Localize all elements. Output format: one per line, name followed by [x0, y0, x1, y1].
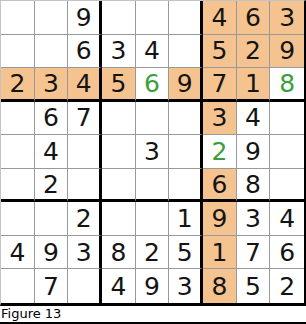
cell-r2c1: [1, 35, 35, 69]
cell-r6c2: 2: [35, 169, 69, 203]
cell-r4c1: [1, 102, 35, 136]
cell-r4c3: 7: [68, 102, 102, 136]
sudoku-figure: 9463634529234569718673443292682193449382…: [0, 0, 306, 324]
cell-r1c3: 9: [68, 1, 102, 35]
cell-r8c8: 7: [237, 236, 271, 270]
figure-caption: Figure 13: [0, 306, 306, 324]
cell-r2c8: 2: [237, 35, 271, 69]
cell-r6c1: [1, 169, 35, 203]
cell-r4c2: 6: [35, 102, 69, 136]
cell-r6c5: [136, 169, 170, 203]
cell-r9c8: 5: [237, 269, 271, 303]
cell-r2c7: 5: [203, 35, 237, 69]
cell-r4c9: [270, 102, 304, 136]
cell-r8c4: 8: [102, 236, 136, 270]
cell-r1c8: 6: [237, 1, 271, 35]
cell-r8c2: 9: [35, 236, 69, 270]
cell-r7c6: 1: [169, 202, 203, 236]
cell-r7c2: [35, 202, 69, 236]
cell-r5c6: [169, 135, 203, 169]
cell-r3c2: 3: [35, 68, 69, 102]
cell-r7c8: 3: [237, 202, 271, 236]
cell-r2c6: [169, 35, 203, 69]
cell-r7c9: 4: [270, 202, 304, 236]
cell-r7c3: 2: [68, 202, 102, 236]
cell-r8c9: 6: [270, 236, 304, 270]
cell-r3c1: 2: [1, 68, 35, 102]
cell-r3c3: 4: [68, 68, 102, 102]
cell-r5c4: [102, 135, 136, 169]
cell-r5c8: 9: [237, 135, 271, 169]
cell-r2c5: 4: [136, 35, 170, 69]
cell-r6c3: [68, 169, 102, 203]
cell-r2c3: 6: [68, 35, 102, 69]
cell-r8c3: 3: [68, 236, 102, 270]
cell-r8c1: 4: [1, 236, 35, 270]
cell-r1c4: [102, 1, 136, 35]
cell-r6c6: [169, 169, 203, 203]
cell-r3c6: 9: [169, 68, 203, 102]
cell-r9c1: [1, 269, 35, 303]
cell-r3c4: 5: [102, 68, 136, 102]
cell-r1c7: 4: [203, 1, 237, 35]
cell-r7c7: 9: [203, 202, 237, 236]
cell-r1c5: [136, 1, 170, 35]
cell-r1c2: [35, 1, 69, 35]
cell-r9c6: 3: [169, 269, 203, 303]
cell-r9c5: 9: [136, 269, 170, 303]
cell-r6c9: [270, 169, 304, 203]
cell-r6c4: [102, 169, 136, 203]
cell-r4c8: 4: [237, 102, 271, 136]
cell-r4c5: [136, 102, 170, 136]
cell-r8c7: 1: [203, 236, 237, 270]
cell-r6c8: 8: [237, 169, 271, 203]
cell-r5c1: [1, 135, 35, 169]
cell-r1c9: 3: [270, 1, 304, 35]
cell-r1c1: [1, 1, 35, 35]
cell-r7c4: [102, 202, 136, 236]
cell-r3c5: 6: [136, 68, 170, 102]
cell-r2c9: 9: [270, 35, 304, 69]
cell-r9c7: 8: [203, 269, 237, 303]
cell-r4c4: [102, 102, 136, 136]
cell-r7c5: [136, 202, 170, 236]
cell-r6c7: 6: [203, 169, 237, 203]
cell-r3c9: 8: [270, 68, 304, 102]
cell-r9c4: 4: [102, 269, 136, 303]
cell-r2c2: [35, 35, 69, 69]
cell-r5c9: [270, 135, 304, 169]
cell-r5c7: 2: [203, 135, 237, 169]
cell-r8c5: 2: [136, 236, 170, 270]
cell-r5c3: [68, 135, 102, 169]
cell-r9c9: 2: [270, 269, 304, 303]
cell-r1c6: [169, 1, 203, 35]
cell-r4c7: 3: [203, 102, 237, 136]
sudoku-board: 9463634529234569718673443292682193449382…: [0, 0, 306, 306]
cell-r8c6: 5: [169, 236, 203, 270]
cell-r9c2: 7: [35, 269, 69, 303]
cell-r7c1: [1, 202, 35, 236]
cell-r3c8: 1: [237, 68, 271, 102]
cell-r9c3: [68, 269, 102, 303]
cell-r2c4: 3: [102, 35, 136, 69]
cell-r5c5: 3: [136, 135, 170, 169]
cell-r4c6: [169, 102, 203, 136]
cell-r5c2: 4: [35, 135, 69, 169]
cell-r3c7: 7: [203, 68, 237, 102]
